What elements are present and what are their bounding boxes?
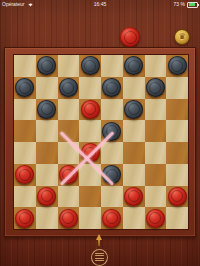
black-piece[interactable] bbox=[37, 56, 56, 75]
square-r2c8 bbox=[166, 77, 188, 99]
square-r8c4 bbox=[79, 207, 101, 229]
battery-icon bbox=[187, 2, 198, 8]
square-r8c7[interactable] bbox=[145, 207, 167, 229]
square-r1c1 bbox=[14, 55, 36, 77]
square-r1c8[interactable] bbox=[166, 55, 188, 77]
black-piece[interactable] bbox=[102, 165, 121, 184]
square-r6c4 bbox=[79, 164, 101, 186]
menu-lines-icon bbox=[95, 253, 104, 254]
black-piece[interactable] bbox=[102, 78, 121, 97]
square-r5c8[interactable] bbox=[166, 142, 188, 164]
black-piece[interactable] bbox=[124, 56, 143, 75]
square-r8c6 bbox=[123, 207, 145, 229]
square-r7c3 bbox=[58, 186, 80, 208]
square-r7c1 bbox=[14, 186, 36, 208]
square-r4c5[interactable] bbox=[101, 120, 123, 142]
status-bar: 16:45 Opérateur 73 % bbox=[0, 0, 200, 9]
square-r4c3[interactable] bbox=[58, 120, 80, 142]
board-squares bbox=[14, 55, 188, 229]
square-r7c8[interactable] bbox=[166, 186, 188, 208]
square-r1c5 bbox=[101, 55, 123, 77]
square-r4c4 bbox=[79, 120, 101, 142]
square-r1c4[interactable] bbox=[79, 55, 101, 77]
black-piece[interactable] bbox=[81, 56, 100, 75]
square-r8c8 bbox=[166, 207, 188, 229]
black-piece[interactable] bbox=[168, 56, 187, 75]
black-piece[interactable] bbox=[146, 78, 165, 97]
square-r3c5 bbox=[101, 99, 123, 121]
square-r3c4[interactable] bbox=[79, 99, 101, 121]
square-r3c3 bbox=[58, 99, 80, 121]
square-r2c2 bbox=[36, 77, 58, 99]
square-r7c5 bbox=[101, 186, 123, 208]
square-r7c2[interactable] bbox=[36, 186, 58, 208]
square-r4c6 bbox=[123, 120, 145, 142]
black-piece[interactable] bbox=[102, 122, 121, 141]
red-piece[interactable] bbox=[59, 209, 78, 228]
board-frame bbox=[4, 47, 196, 237]
square-r1c7 bbox=[145, 55, 167, 77]
black-piece[interactable] bbox=[124, 100, 143, 119]
square-r3c1 bbox=[14, 99, 36, 121]
checkers-app: 16:45 Opérateur 73 % ♛ bbox=[0, 0, 200, 266]
menu-lines-icon bbox=[95, 255, 104, 256]
square-r6c5[interactable] bbox=[101, 164, 123, 186]
square-r4c1[interactable] bbox=[14, 120, 36, 142]
menu-button[interactable] bbox=[91, 249, 108, 266]
square-r2c6 bbox=[123, 77, 145, 99]
square-r8c3[interactable] bbox=[58, 207, 80, 229]
square-r1c3 bbox=[58, 55, 80, 77]
square-r2c4 bbox=[79, 77, 101, 99]
square-r5c3 bbox=[58, 142, 80, 164]
red-piece[interactable] bbox=[146, 209, 165, 228]
black-piece[interactable] bbox=[15, 78, 34, 97]
red-piece[interactable] bbox=[168, 187, 187, 206]
square-r2c7[interactable] bbox=[145, 77, 167, 99]
square-r5c6[interactable] bbox=[123, 142, 145, 164]
square-r6c3[interactable] bbox=[58, 164, 80, 186]
square-r6c2 bbox=[36, 164, 58, 186]
menu-lines-icon bbox=[95, 260, 104, 261]
square-r7c4[interactable] bbox=[79, 186, 101, 208]
square-r8c1[interactable] bbox=[14, 207, 36, 229]
crown-icon: ♛ bbox=[178, 33, 185, 41]
square-r8c5[interactable] bbox=[101, 207, 123, 229]
square-r5c4[interactable] bbox=[79, 142, 101, 164]
square-r6c8 bbox=[166, 164, 188, 186]
clock: 16:45 bbox=[0, 0, 200, 9]
red-piece[interactable] bbox=[102, 209, 121, 228]
menu-lines-icon bbox=[95, 258, 104, 259]
square-r2c3[interactable] bbox=[58, 77, 80, 99]
square-r5c5 bbox=[101, 142, 123, 164]
square-r8c2 bbox=[36, 207, 58, 229]
square-r5c2[interactable] bbox=[36, 142, 58, 164]
red-piece[interactable] bbox=[124, 187, 143, 206]
square-r1c2[interactable] bbox=[36, 55, 58, 77]
king-badge-button[interactable]: ♛ bbox=[174, 29, 190, 45]
red-piece[interactable] bbox=[37, 187, 56, 206]
square-r6c6 bbox=[123, 164, 145, 186]
square-r7c6[interactable] bbox=[123, 186, 145, 208]
square-r5c1 bbox=[14, 142, 36, 164]
square-r3c7 bbox=[145, 99, 167, 121]
red-piece[interactable] bbox=[15, 209, 34, 228]
square-r5c7 bbox=[145, 142, 167, 164]
square-r4c8 bbox=[166, 120, 188, 142]
red-piece[interactable] bbox=[59, 165, 78, 184]
square-r1c6[interactable] bbox=[123, 55, 145, 77]
square-r2c1[interactable] bbox=[14, 77, 36, 99]
red-piece[interactable] bbox=[15, 165, 34, 184]
square-r3c6[interactable] bbox=[123, 99, 145, 121]
square-r2c5[interactable] bbox=[101, 77, 123, 99]
captured-red-piece bbox=[120, 27, 140, 47]
turn-indicator-arrow bbox=[96, 234, 103, 246]
square-r7c7 bbox=[145, 186, 167, 208]
square-r6c7[interactable] bbox=[145, 164, 167, 186]
square-r4c7[interactable] bbox=[145, 120, 167, 142]
black-piece[interactable] bbox=[59, 78, 78, 97]
red-piece[interactable] bbox=[81, 100, 100, 119]
square-r4c2 bbox=[36, 120, 58, 142]
square-r3c8[interactable] bbox=[166, 99, 188, 121]
square-r6c1[interactable] bbox=[14, 164, 36, 186]
square-r3c2[interactable] bbox=[36, 99, 58, 121]
red-piece[interactable] bbox=[81, 143, 100, 162]
black-piece[interactable] bbox=[37, 100, 56, 119]
